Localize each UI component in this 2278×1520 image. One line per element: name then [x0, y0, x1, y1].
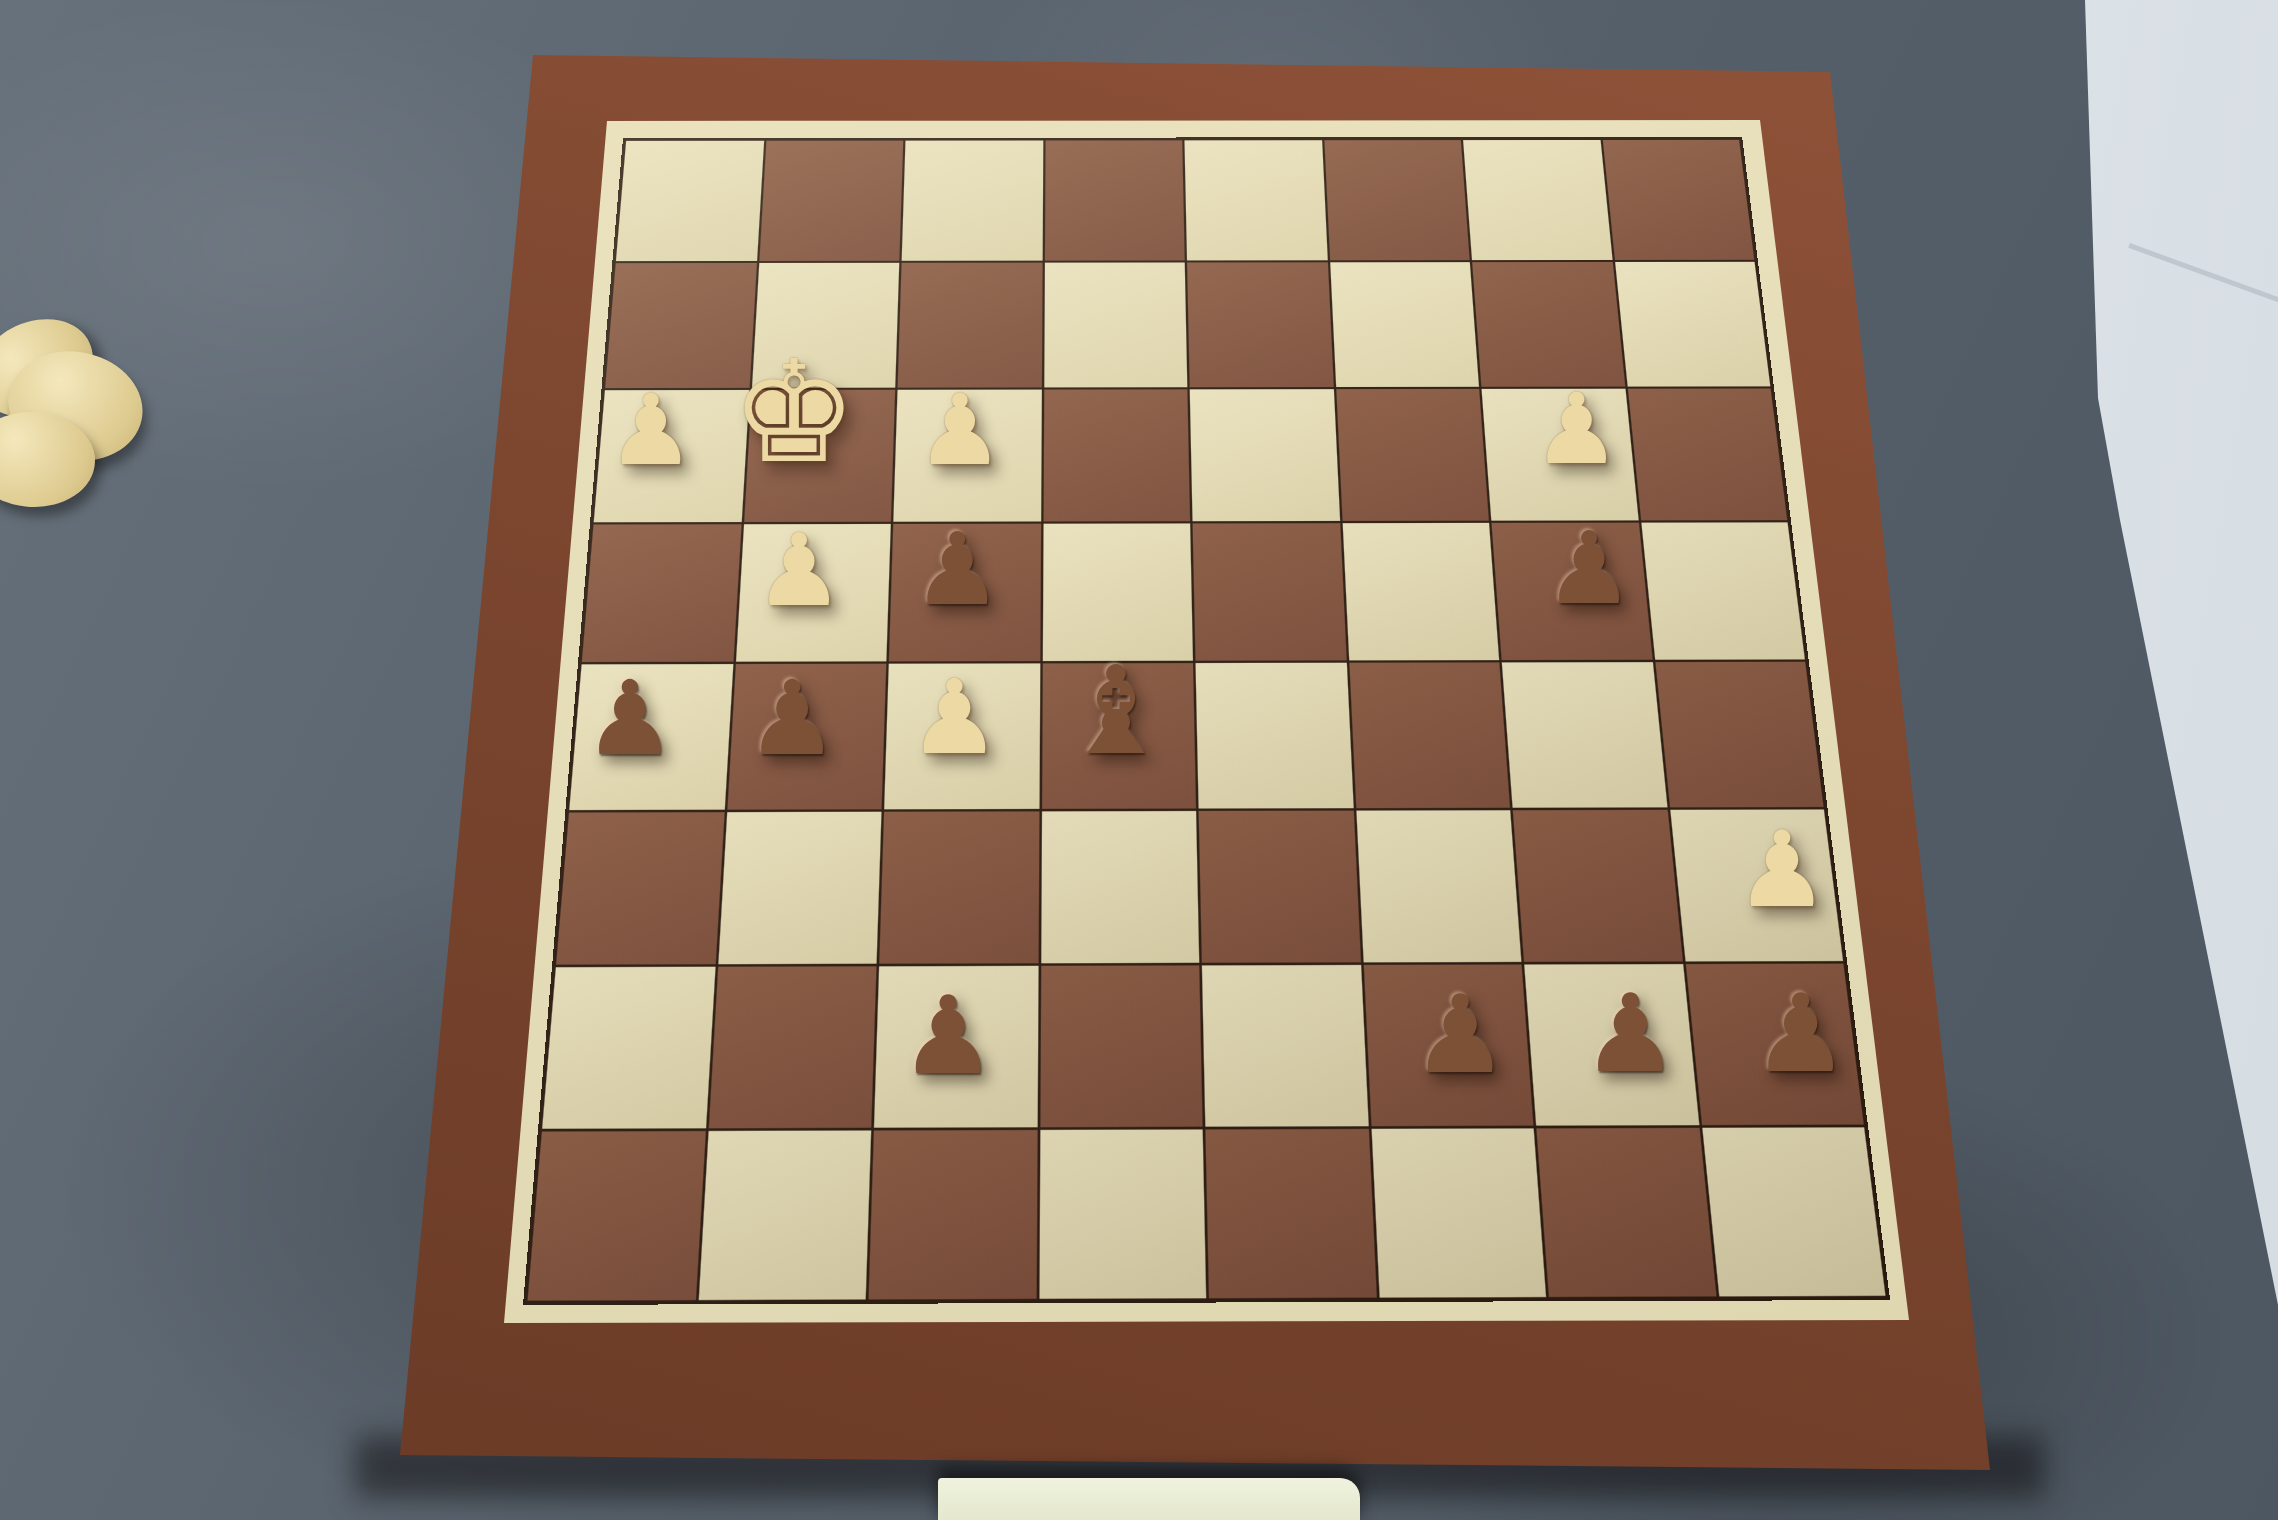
square-e6[interactable] [1190, 389, 1340, 521]
square-g4[interactable] [1502, 662, 1667, 807]
square-a1[interactable] [527, 1130, 705, 1300]
square-e4[interactable] [1195, 663, 1353, 808]
square-a2[interactable] [542, 967, 715, 1128]
piece-white-king-b6[interactable]: ♚ [731, 342, 857, 483]
square-e8[interactable] [1184, 140, 1327, 260]
square-h6[interactable] [1627, 388, 1787, 519]
square-a5[interactable] [582, 524, 741, 662]
piece-white-pawn-a6[interactable]: ♟ [607, 381, 695, 479]
bench-edge [938, 1478, 1360, 1520]
square-e3[interactable] [1199, 810, 1361, 963]
square-d6[interactable] [1043, 389, 1190, 521]
square-f4[interactable] [1349, 662, 1510, 807]
square-b1[interactable] [698, 1130, 871, 1300]
square-c3[interactable] [879, 811, 1039, 964]
square-c7[interactable] [898, 262, 1042, 388]
photo-stage: ♟♚♟♟♟♟♟♟♟♟♝♟♟♟♟♟ [0, 0, 2278, 1520]
square-g7[interactable] [1472, 261, 1625, 386]
chess-board[interactable] [523, 137, 1890, 1305]
piece-white-pawn-b5[interactable]: ♟ [754, 521, 844, 621]
square-d8[interactable] [1044, 140, 1184, 260]
square-b8[interactable] [759, 141, 903, 261]
piece-black-pawn-f2[interactable]: ♟ [1412, 981, 1509, 1089]
square-b2[interactable] [708, 966, 876, 1127]
piece-black-pawn-b4[interactable]: ♟ [746, 667, 838, 770]
square-h5[interactable] [1641, 522, 1805, 660]
square-a8[interactable] [616, 141, 764, 261]
piece-black-pawn-g5[interactable]: ♟ [1544, 519, 1634, 619]
square-f3[interactable] [1356, 810, 1522, 963]
piece-black-pawn-a4[interactable]: ♟ [584, 667, 676, 770]
square-g8[interactable] [1463, 140, 1612, 260]
square-f1[interactable] [1371, 1128, 1546, 1298]
square-h4[interactable] [1655, 662, 1824, 807]
piece-white-pawn-c4[interactable]: ♟ [908, 666, 1000, 769]
piece-black-bishop-d4[interactable]: ♝ [1061, 650, 1170, 772]
piece-black-pawn-c2[interactable]: ♟ [900, 983, 997, 1091]
square-c8[interactable] [902, 140, 1043, 260]
square-h7[interactable] [1614, 261, 1770, 386]
square-d2[interactable] [1040, 965, 1203, 1126]
square-e2[interactable] [1202, 965, 1368, 1126]
square-d1[interactable] [1039, 1129, 1206, 1299]
square-e7[interactable] [1187, 262, 1333, 387]
square-g1[interactable] [1536, 1127, 1716, 1297]
square-f5[interactable] [1342, 522, 1499, 660]
piece-black-pawn-g2[interactable]: ♟ [1582, 981, 1679, 1089]
piece-black-pawn-h2[interactable]: ♟ [1752, 980, 1849, 1088]
square-h8[interactable] [1602, 140, 1754, 260]
square-g3[interactable] [1513, 809, 1683, 962]
square-d7[interactable] [1044, 262, 1188, 387]
square-f7[interactable] [1330, 262, 1479, 387]
piece-white-pawn-g6[interactable]: ♟ [1533, 380, 1621, 478]
square-f6[interactable] [1336, 389, 1489, 521]
piece-black-pawn-c5[interactable]: ♟ [912, 520, 1002, 620]
piece-white-pawn-h3[interactable]: ♟ [1735, 819, 1829, 924]
square-b3[interactable] [718, 811, 882, 964]
square-f8[interactable] [1324, 140, 1470, 260]
square-e5[interactable] [1193, 523, 1347, 661]
square-a3[interactable] [556, 812, 724, 965]
square-h1[interactable] [1702, 1127, 1886, 1297]
square-e1[interactable] [1205, 1128, 1376, 1298]
square-d3[interactable] [1041, 810, 1200, 963]
piece-white-pawn-c6[interactable]: ♟ [916, 381, 1004, 479]
square-c1[interactable] [868, 1129, 1037, 1299]
